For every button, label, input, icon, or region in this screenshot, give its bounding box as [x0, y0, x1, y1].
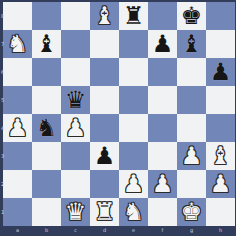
piece-black-pawn[interactable]: ♟ [94, 142, 116, 170]
rank-label-5: 5 [0, 86, 6, 114]
square-a3[interactable] [3, 142, 32, 170]
square-g6[interactable] [177, 58, 206, 86]
square-f8[interactable] [148, 2, 177, 30]
square-d6[interactable] [90, 58, 119, 86]
chess-board: ♝♜♚♞♝♟♝♟♛♟♞♟♟♟♝♟♟♟♛♜♞♚ [3, 2, 235, 226]
square-d3[interactable]: ♟ [90, 142, 119, 170]
square-c7[interactable] [61, 30, 90, 58]
square-g3[interactable]: ♟ [177, 142, 206, 170]
square-c3[interactable] [61, 142, 90, 170]
square-a4[interactable]: ♟ [3, 114, 32, 142]
file-label-g: g [177, 226, 206, 236]
piece-black-king[interactable]: ♚ [181, 2, 203, 30]
square-c1[interactable]: ♛ [61, 198, 90, 226]
rank-label-3: 3 [0, 142, 6, 170]
square-h7[interactable] [206, 30, 235, 58]
piece-white-rook[interactable]: ♜ [94, 198, 116, 226]
square-c4[interactable]: ♟ [61, 114, 90, 142]
square-e2[interactable]: ♟ [119, 170, 148, 198]
square-e6[interactable] [119, 58, 148, 86]
square-h5[interactable] [206, 86, 235, 114]
piece-white-pawn[interactable]: ♟ [123, 170, 145, 198]
square-d7[interactable] [90, 30, 119, 58]
square-c8[interactable] [61, 2, 90, 30]
rank-label-2: 2 [0, 170, 6, 198]
square-f1[interactable] [148, 198, 177, 226]
file-label-a: a [3, 226, 32, 236]
square-h4[interactable] [206, 114, 235, 142]
square-e7[interactable] [119, 30, 148, 58]
piece-white-knight[interactable]: ♞ [7, 30, 29, 58]
square-f4[interactable] [148, 114, 177, 142]
square-b7[interactable]: ♝ [32, 30, 61, 58]
file-label-b: b [32, 226, 61, 236]
piece-black-bishop[interactable]: ♝ [181, 30, 203, 58]
square-e4[interactable] [119, 114, 148, 142]
square-f7[interactable]: ♟ [148, 30, 177, 58]
square-b1[interactable] [32, 198, 61, 226]
piece-white-pawn[interactable]: ♟ [152, 170, 174, 198]
piece-black-pawn[interactable]: ♟ [152, 30, 174, 58]
file-label-h: h [206, 226, 235, 236]
square-h6[interactable]: ♟ [206, 58, 235, 86]
square-g2[interactable] [177, 170, 206, 198]
piece-white-bishop[interactable]: ♝ [210, 142, 232, 170]
square-b3[interactable] [32, 142, 61, 170]
file-labels: abcdefgh [3, 226, 235, 236]
piece-white-king[interactable]: ♚ [181, 198, 203, 226]
file-label-f: f [148, 226, 177, 236]
square-h2[interactable]: ♟ [206, 170, 235, 198]
square-c5[interactable]: ♛ [61, 86, 90, 114]
square-f2[interactable]: ♟ [148, 170, 177, 198]
square-h8[interactable] [206, 2, 235, 30]
piece-black-knight[interactable]: ♞ [36, 114, 58, 142]
square-e3[interactable] [119, 142, 148, 170]
square-e1[interactable]: ♞ [119, 198, 148, 226]
square-b2[interactable] [32, 170, 61, 198]
square-c2[interactable] [61, 170, 90, 198]
square-d4[interactable] [90, 114, 119, 142]
square-b5[interactable] [32, 86, 61, 114]
square-a5[interactable] [3, 86, 32, 114]
piece-black-queen[interactable]: ♛ [65, 86, 87, 114]
chess-board-frame: ♝♜♚♞♝♟♝♟♛♟♞♟♟♟♝♟♟♟♛♜♞♚ 87654321 abcdefgh [0, 0, 236, 236]
rank-label-8: 8 [0, 2, 6, 30]
file-label-c: c [61, 226, 90, 236]
rank-label-6: 6 [0, 58, 6, 86]
file-label-d: d [90, 226, 119, 236]
square-d5[interactable] [90, 86, 119, 114]
piece-white-pawn[interactable]: ♟ [181, 142, 203, 170]
square-e8[interactable]: ♜ [119, 2, 148, 30]
rank-label-1: 1 [0, 198, 6, 226]
square-g1[interactable]: ♚ [177, 198, 206, 226]
rank-label-4: 4 [0, 114, 6, 142]
file-label-e: e [119, 226, 148, 236]
square-h3[interactable]: ♝ [206, 142, 235, 170]
square-b6[interactable] [32, 58, 61, 86]
piece-white-pawn[interactable]: ♟ [7, 114, 29, 142]
square-e5[interactable] [119, 86, 148, 114]
square-f5[interactable] [148, 86, 177, 114]
square-g8[interactable]: ♚ [177, 2, 206, 30]
square-a1[interactable] [3, 198, 32, 226]
square-a6[interactable] [3, 58, 32, 86]
piece-white-bishop[interactable]: ♝ [94, 2, 116, 30]
square-d2[interactable] [90, 170, 119, 198]
piece-white-pawn[interactable]: ♟ [210, 170, 232, 198]
piece-black-bishop[interactable]: ♝ [36, 30, 58, 58]
piece-black-pawn[interactable]: ♟ [210, 58, 232, 86]
rank-label-7: 7 [0, 30, 6, 58]
square-d1[interactable]: ♜ [90, 198, 119, 226]
square-c6[interactable] [61, 58, 90, 86]
piece-white-pawn[interactable]: ♟ [65, 114, 87, 142]
square-a7[interactable]: ♞ [3, 30, 32, 58]
square-g5[interactable] [177, 86, 206, 114]
square-f3[interactable] [148, 142, 177, 170]
square-a2[interactable] [3, 170, 32, 198]
square-f6[interactable] [148, 58, 177, 86]
square-b8[interactable] [32, 2, 61, 30]
piece-black-rook[interactable]: ♜ [123, 2, 145, 30]
square-h1[interactable] [206, 198, 235, 226]
square-g4[interactable] [177, 114, 206, 142]
square-d8[interactable]: ♝ [90, 2, 119, 30]
square-a8[interactable] [3, 2, 32, 30]
piece-white-queen[interactable]: ♛ [65, 198, 87, 226]
square-b4[interactable]: ♞ [32, 114, 61, 142]
piece-white-knight[interactable]: ♞ [123, 198, 145, 226]
rank-labels: 87654321 [0, 2, 6, 226]
square-g7[interactable]: ♝ [177, 30, 206, 58]
